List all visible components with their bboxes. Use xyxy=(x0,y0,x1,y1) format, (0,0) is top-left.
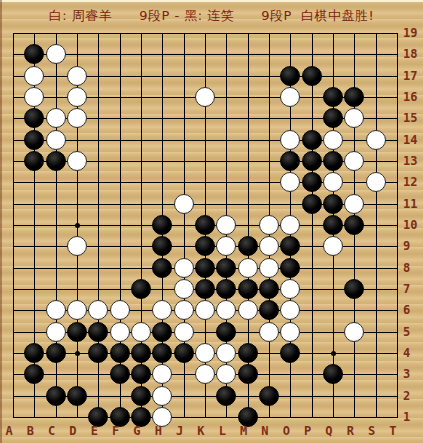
row-label-13: 13 xyxy=(399,153,423,169)
col-label-P: P xyxy=(298,424,318,439)
white-stone-K4 xyxy=(195,343,215,363)
white-stone-R11 xyxy=(344,194,364,214)
row-label-7: 7 xyxy=(399,281,423,297)
black-stone-Q10 xyxy=(323,215,343,235)
black-stone-L5 xyxy=(216,322,236,342)
white-stone-O5 xyxy=(280,322,300,342)
white-stone-J7 xyxy=(174,279,194,299)
col-label-T: T xyxy=(383,424,403,439)
white-stone-C18 xyxy=(46,44,66,64)
left-wood-edge xyxy=(0,0,2,443)
black-stone-G2 xyxy=(131,386,151,406)
row-label-9: 9 xyxy=(399,238,423,254)
col-label-L: L xyxy=(212,424,232,439)
row-label-16: 16 xyxy=(399,89,423,105)
col-label-A: A xyxy=(0,424,19,439)
black-stone-O17 xyxy=(280,66,300,86)
col-label-E: E xyxy=(84,424,104,439)
white-stone-O14 xyxy=(280,130,300,150)
black-stone-N7 xyxy=(259,279,279,299)
white-stone-B17 xyxy=(24,66,44,86)
col-label-M: M xyxy=(234,424,254,439)
white-stone-M6 xyxy=(238,300,258,320)
white-stone-C6 xyxy=(46,300,66,320)
col-label-S: S xyxy=(362,424,382,439)
white-stone-N5 xyxy=(259,322,279,342)
col-label-O: O xyxy=(276,424,296,439)
black-stone-P14 xyxy=(302,130,322,150)
white-stone-D13 xyxy=(67,151,87,171)
black-stone-M9 xyxy=(238,236,258,256)
black-stone-M7 xyxy=(238,279,258,299)
black-stone-F4 xyxy=(110,343,130,363)
white-stone-D16 xyxy=(67,87,87,107)
col-label-G: G xyxy=(127,424,147,439)
black-stone-L2 xyxy=(216,386,236,406)
row-label-2: 2 xyxy=(399,388,423,404)
row-label-3: 3 xyxy=(399,366,423,382)
white-stone-R5 xyxy=(344,322,364,342)
black-stone-F3 xyxy=(110,364,130,384)
white-stone-F5 xyxy=(110,322,130,342)
col-label-R: R xyxy=(340,424,360,439)
star-point-Q4 xyxy=(331,351,336,356)
row-label-15: 15 xyxy=(399,110,423,126)
col-label-D: D xyxy=(63,424,83,439)
col-label-C: C xyxy=(42,424,62,439)
row-label-8: 8 xyxy=(399,260,423,276)
black-stone-N2 xyxy=(259,386,279,406)
white-stone-C15 xyxy=(46,108,66,128)
row-label-4: 4 xyxy=(399,345,423,361)
white-stone-J8 xyxy=(174,258,194,278)
white-stone-S12 xyxy=(366,172,386,192)
black-stone-P11 xyxy=(302,194,322,214)
white-stone-F6 xyxy=(110,300,130,320)
black-stone-J4 xyxy=(174,343,194,363)
white-stone-G5 xyxy=(131,322,151,342)
black-stone-M3 xyxy=(238,364,258,384)
black-stone-K10 xyxy=(195,215,215,235)
star-point-D4 xyxy=(75,351,80,356)
white-stone-J11 xyxy=(174,194,194,214)
black-stone-P13 xyxy=(302,151,322,171)
game-info-header: 白: 周睿羊 9段P - 黑: 连笑 9段P 白棋中盘胜! xyxy=(0,2,423,30)
black-stone-D5 xyxy=(67,322,87,342)
col-label-K: K xyxy=(191,424,211,439)
white-stone-C5 xyxy=(46,322,66,342)
row-label-11: 11 xyxy=(399,196,423,212)
go-game-viewer: 白: 周睿羊 9段P - 黑: 连笑 9段P 白棋中盘胜! 1918171615… xyxy=(0,0,423,443)
black-stone-E5 xyxy=(88,322,108,342)
row-label-12: 12 xyxy=(399,174,423,190)
black-stone-K7 xyxy=(195,279,215,299)
white-stone-Q14 xyxy=(323,130,343,150)
col-label-B: B xyxy=(20,424,40,439)
black-stone-H5 xyxy=(152,322,172,342)
white-stone-J5 xyxy=(174,322,194,342)
white-stone-J6 xyxy=(174,300,194,320)
black-stone-G7 xyxy=(131,279,151,299)
black-stone-K8 xyxy=(195,258,215,278)
black-stone-B14 xyxy=(24,130,44,150)
row-label-5: 5 xyxy=(399,324,423,340)
black-stone-C2 xyxy=(46,386,66,406)
black-stone-C4 xyxy=(46,343,66,363)
row-label-1: 1 xyxy=(399,409,423,425)
white-stone-M8 xyxy=(238,258,258,278)
white-stone-K16 xyxy=(195,87,215,107)
black-stone-L8 xyxy=(216,258,236,278)
col-label-F: F xyxy=(106,424,126,439)
go-board[interactable] xyxy=(13,33,398,418)
black-stone-Q11 xyxy=(323,194,343,214)
white-stone-H2 xyxy=(152,386,172,406)
row-label-10: 10 xyxy=(399,217,423,233)
row-label-6: 6 xyxy=(399,302,423,318)
col-label-N: N xyxy=(255,424,275,439)
black-stone-P12 xyxy=(302,172,322,192)
white-stone-N10 xyxy=(259,215,279,235)
star-point-D10 xyxy=(75,223,80,228)
black-stone-D2 xyxy=(67,386,87,406)
white-stone-N8 xyxy=(259,258,279,278)
black-stone-O8 xyxy=(280,258,300,278)
col-label-H: H xyxy=(148,424,168,439)
black-stone-P17 xyxy=(302,66,322,86)
col-label-J: J xyxy=(170,424,190,439)
row-label-19: 19 xyxy=(399,25,423,41)
black-stone-M4 xyxy=(238,343,258,363)
white-stone-C14 xyxy=(46,130,66,150)
row-label-14: 14 xyxy=(399,132,423,148)
black-stone-C13 xyxy=(46,151,66,171)
black-stone-G4 xyxy=(131,343,151,363)
black-stone-H8 xyxy=(152,258,172,278)
row-label-17: 17 xyxy=(399,68,423,84)
col-label-Q: Q xyxy=(319,424,339,439)
black-stone-Q16 xyxy=(323,87,343,107)
black-stone-Q13 xyxy=(323,151,343,171)
white-stone-S14 xyxy=(366,130,386,150)
white-stone-D17 xyxy=(67,66,87,86)
row-label-18: 18 xyxy=(399,46,423,62)
